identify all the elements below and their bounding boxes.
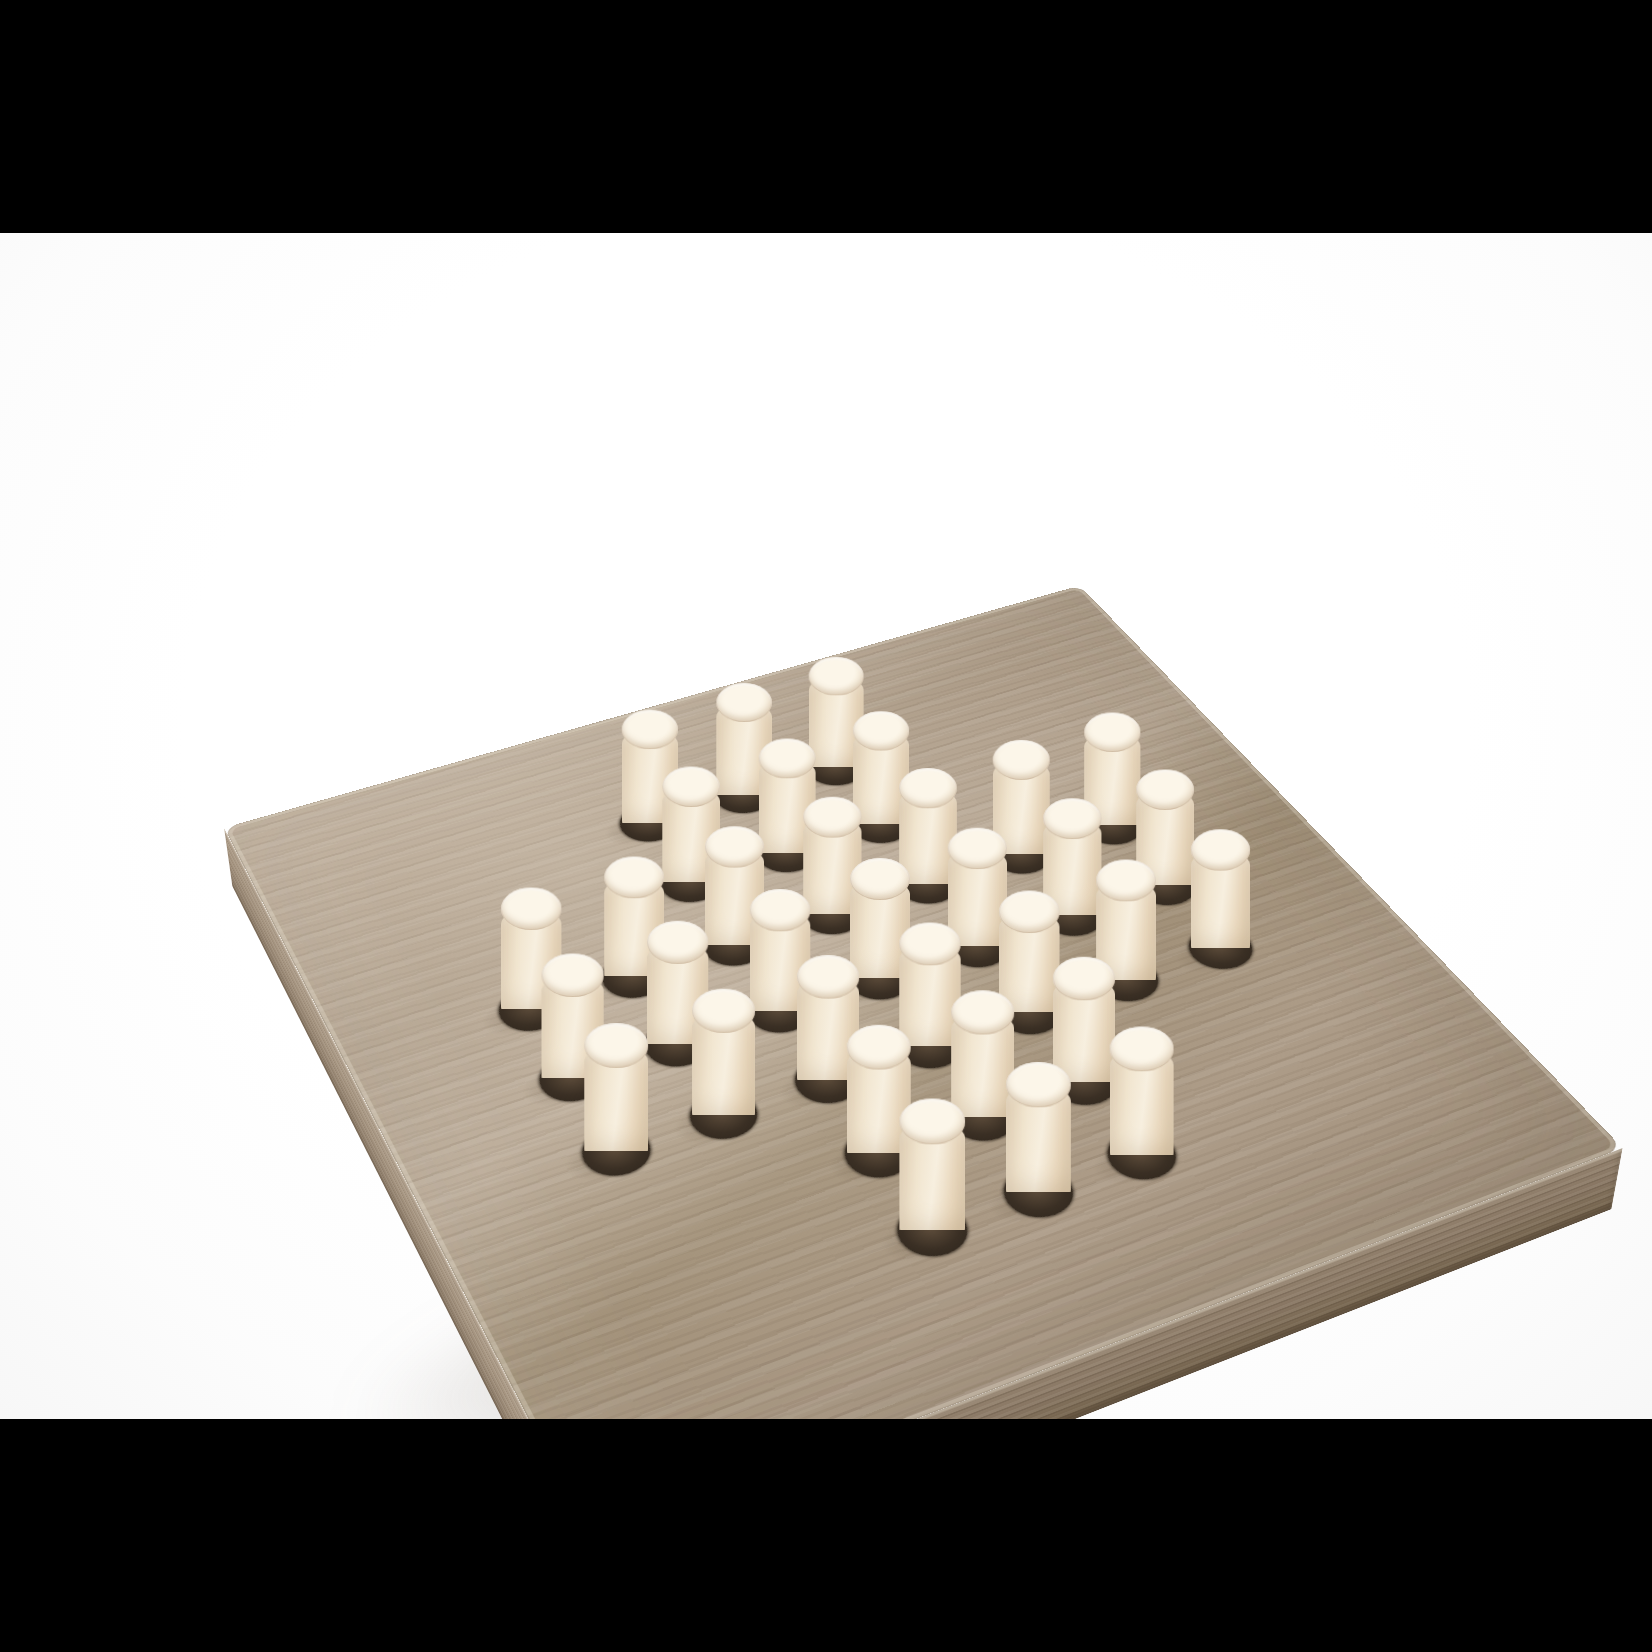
photo-area: Wooden English peg solitaire board (33-h…: [0, 233, 1652, 1419]
peg-top: [797, 955, 859, 999]
peg-top: [899, 768, 957, 808]
product-photo: Wooden English peg solitaire board (33-h…: [0, 0, 1652, 1652]
peg-top: [662, 767, 720, 807]
peg-top: [501, 887, 562, 930]
peg-top: [705, 826, 764, 867]
peg-top: [809, 657, 864, 696]
peg-top: [759, 739, 816, 779]
peg-top: [993, 740, 1050, 780]
peg-top: [1096, 860, 1156, 902]
peg-top: [1084, 713, 1140, 753]
peg-top: [647, 921, 709, 964]
peg-top: [899, 1098, 965, 1144]
peg-top: [850, 858, 910, 900]
peg-top: [716, 683, 772, 722]
peg-top: [604, 856, 664, 898]
position-caption: Wooden English peg solitaire board (33-h…: [0, 249, 1, 250]
peg-top: [1006, 1062, 1071, 1107]
peg-top: [1110, 1027, 1174, 1072]
peg-top: [1136, 769, 1194, 809]
peg-top: [622, 710, 678, 749]
peg-top: [750, 889, 811, 932]
peg-top: [541, 953, 603, 997]
peg-top: [1043, 798, 1102, 839]
peg-top: [803, 797, 862, 838]
peg-top: [1053, 957, 1115, 1001]
peg-top: [584, 1023, 648, 1068]
peg-top: [948, 828, 1007, 869]
letterbox-top-bar: [0, 0, 1652, 233]
peg-top: [899, 922, 961, 965]
peg-top: [999, 891, 1060, 934]
peg-top: [951, 990, 1014, 1034]
peg-top: [692, 989, 755, 1033]
peg-top: [1191, 829, 1250, 871]
peg-top: [847, 1025, 911, 1070]
peg-top: [853, 711, 909, 750]
letterbox-bottom-bar: [0, 1419, 1652, 1652]
